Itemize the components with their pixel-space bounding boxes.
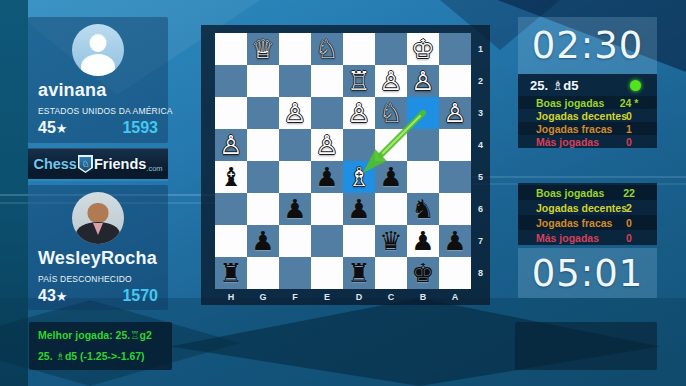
rank-label: 5 [471, 161, 490, 193]
piece-R-d2: ♖ [343, 65, 375, 97]
file-label: D [343, 289, 375, 305]
current-move-label: 25. ♗d5 [530, 78, 579, 93]
square-d8[interactable]: ♜ [343, 257, 375, 289]
square-f1[interactable] [279, 33, 311, 65]
square-f3[interactable]: ♙ [279, 97, 311, 129]
player-name: WesleyRocha [38, 248, 157, 269]
square-c5[interactable]: ♟ [375, 161, 407, 193]
stat-value: 0 [607, 136, 651, 148]
piece-p-g7: ♟ [247, 225, 279, 257]
stat-row: Boas jogadas22 [518, 185, 657, 200]
square-e1[interactable]: ♘ [311, 33, 343, 65]
stats-panel-top: 25. ♗d5 Boas jogadas24 *Jogadas decentes… [518, 74, 657, 148]
square-e7[interactable] [311, 225, 343, 257]
player-country: ESTADOS UNIDOS DA AMÉRICA [38, 106, 173, 116]
stats-panel-bottom: Boas jogadas22Jogadas decentes2Jogadas f… [518, 183, 657, 245]
square-g5[interactable] [247, 161, 279, 193]
square-d1[interactable] [343, 33, 375, 65]
square-d2[interactable]: ♖ [343, 65, 375, 97]
square-e6[interactable] [311, 193, 343, 225]
square-e4[interactable]: ♙ [311, 129, 343, 161]
square-f6[interactable]: ♟ [279, 193, 311, 225]
square-g2[interactable] [247, 65, 279, 97]
file-label: H [215, 289, 247, 305]
square-b7[interactable]: ♟ [407, 225, 439, 257]
rank-label: 4 [471, 129, 490, 161]
stat-value: 1 [607, 123, 651, 135]
rank-label: 2 [471, 65, 490, 97]
piece-p-f6: ♟ [279, 193, 311, 225]
file-label: B [407, 289, 439, 305]
star-icon: ★ [56, 121, 68, 136]
square-h7[interactable] [215, 225, 247, 257]
square-a8[interactable] [439, 257, 471, 289]
stat-row: Jogadas decentes0 [518, 109, 657, 122]
stat-label: Jogadas fracas [518, 217, 612, 229]
wallpaper-wave-line [472, 176, 686, 178]
stat-label: Boas jogadas [518, 187, 604, 199]
player-stars: 45★ [38, 119, 67, 137]
avatar-silhouette-head [90, 34, 107, 52]
piece-P-b2: ♙ [407, 65, 439, 97]
square-h6[interactable] [215, 193, 247, 225]
stat-row: Más jogadas0 [518, 230, 657, 245]
player-stats-line: 43★ 1570 [38, 287, 158, 307]
square-b2[interactable]: ♙ [407, 65, 439, 97]
status-dot-icon [630, 80, 641, 91]
piece-P-a3: ♙ [439, 97, 471, 129]
piece-p-e5: ♟ [311, 161, 343, 193]
square-g8[interactable] [247, 257, 279, 289]
piece-P-d3: ♙ [343, 97, 375, 129]
square-d7[interactable] [343, 225, 375, 257]
square-f4[interactable] [279, 129, 311, 161]
wallpaper-edge-strip [0, 0, 28, 386]
file-label: E [311, 289, 343, 305]
piece-P-h4: ♙ [215, 129, 247, 161]
empty-panel [515, 322, 657, 370]
piece-N-c3: ♘ [375, 97, 407, 129]
square-h8[interactable]: ♜ [215, 257, 247, 289]
piece-r-h8: ♜ [215, 257, 247, 289]
square-a5[interactable] [439, 161, 471, 193]
piece-p-a7: ♟ [439, 225, 471, 257]
player-card-bottom: WesleyRocha PAÍS DESCONHECIDO 43★ 1570 [28, 185, 168, 310]
analysis-box: Melhor jogada: 25.♖g2 25. ♗d5 (-1.25->-1… [29, 322, 172, 370]
rank-label: 6 [471, 193, 490, 225]
player-rating: 1570 [122, 287, 158, 305]
square-e5[interactable]: ♟ [311, 161, 343, 193]
square-c6[interactable] [375, 193, 407, 225]
square-b4[interactable] [407, 129, 439, 161]
square-h3[interactable] [215, 97, 247, 129]
square-a2[interactable] [439, 65, 471, 97]
star-icon: ★ [56, 289, 68, 304]
square-b1[interactable]: ♔ [407, 33, 439, 65]
square-c4[interactable] [375, 129, 407, 161]
square-b6[interactable]: ♞ [407, 193, 439, 225]
clock-top: 02:30 [518, 17, 657, 74]
file-label: F [279, 289, 311, 305]
square-c3[interactable]: ♘ [375, 97, 407, 129]
square-c8[interactable] [375, 257, 407, 289]
piece-K-b1: ♔ [407, 33, 439, 65]
square-a7[interactable]: ♟ [439, 225, 471, 257]
stat-row: Jogadas fracas0 [518, 215, 657, 230]
logo-text-com: .com [146, 164, 162, 173]
square-a4[interactable] [439, 129, 471, 161]
square-e2[interactable] [311, 65, 343, 97]
chess4friends-logo[interactable]: Chess ♘ Friends .com [28, 148, 168, 181]
piece-k-b8: ♚ [407, 257, 439, 289]
square-c1[interactable] [375, 33, 407, 65]
square-d3[interactable]: ♙ [343, 97, 375, 129]
stat-row: Más jogadas0 [518, 135, 657, 148]
chess-board: ♕♘♔♖♙♙♙♙♘♙♙♙♝♟♗♟♟♟♞♟♛♟♟♜♜♚ 12345678 HGFE… [201, 25, 490, 305]
piece-p-b7: ♟ [407, 225, 439, 257]
stat-row: Boas jogadas24 * [518, 96, 657, 109]
square-g3[interactable] [247, 97, 279, 129]
app-window: avinana ESTADOS UNIDOS DA AMÉRICA 45★ 15… [0, 0, 686, 386]
square-c7[interactable]: ♛ [375, 225, 407, 257]
square-f8[interactable] [279, 257, 311, 289]
piece-p-c5: ♟ [375, 161, 407, 193]
square-e8[interactable] [311, 257, 343, 289]
square-h2[interactable] [215, 65, 247, 97]
file-label: A [439, 289, 471, 305]
logo-text-chess: Chess [33, 156, 77, 172]
stat-value: 0 [607, 217, 651, 229]
piece-P-c2: ♙ [375, 65, 407, 97]
piece-P-e4: ♙ [311, 129, 343, 161]
square-h1[interactable] [215, 33, 247, 65]
piece-B-d5: ♗ [343, 161, 375, 193]
piece-b-h5: ♝ [215, 161, 247, 193]
square-g7[interactable]: ♟ [247, 225, 279, 257]
square-f5[interactable] [279, 161, 311, 193]
played-move-eval-text: 25. ♗d5 (-1.25->-1.67) [38, 350, 163, 362]
square-d5[interactable]: ♗ [343, 161, 375, 193]
square-a1[interactable] [439, 33, 471, 65]
rank-label: 8 [471, 257, 490, 289]
player-stars: 43★ [38, 287, 67, 305]
square-g6[interactable] [247, 193, 279, 225]
avatar-photo-face [88, 203, 109, 223]
stat-row: Jogadas decentes2 [518, 200, 657, 215]
piece-N-e1: ♘ [311, 33, 343, 65]
stat-label: Más jogadas [518, 232, 599, 244]
square-d6[interactable]: ♟ [343, 193, 375, 225]
player-country: PAÍS DESCONHECIDO [38, 274, 132, 284]
stat-rows: Boas jogadas24 *Jogadas decentes0Jogadas… [518, 96, 657, 148]
player-stats-line: 45★ 1593 [38, 119, 158, 139]
rank-label: 7 [471, 225, 490, 257]
piece-p-d6: ♟ [343, 193, 375, 225]
stat-label: Jogadas fracas [518, 123, 612, 135]
stat-value: 0 [607, 232, 651, 244]
clock-bottom: 05:01 [518, 248, 657, 298]
stat-label: Más jogadas [518, 136, 599, 148]
square-c2[interactable]: ♙ [375, 65, 407, 97]
piece-n-b6: ♞ [407, 193, 439, 225]
file-label: C [375, 289, 407, 305]
current-move-row: 25. ♗d5 [518, 74, 657, 96]
square-f2[interactable] [279, 65, 311, 97]
piece-P-f3: ♙ [279, 97, 311, 129]
square-f7[interactable] [279, 225, 311, 257]
player-card-top: avinana ESTADOS UNIDOS DA AMÉRICA 45★ 15… [28, 17, 168, 143]
rank-labels: 12345678 [471, 33, 490, 289]
square-d4[interactable] [343, 129, 375, 161]
logo-text-friends: Friends [94, 156, 146, 172]
stat-rows: Boas jogadas22Jogadas decentes2Jogadas f… [518, 185, 657, 245]
avatar [72, 24, 124, 76]
file-label: G [247, 289, 279, 305]
stat-value: 2 [607, 202, 651, 214]
board-grid: ♕♘♔♖♙♙♙♙♘♙♙♙♝♟♗♟♟♟♞♟♛♟♟♜♜♚ [215, 33, 471, 289]
square-g4[interactable] [247, 129, 279, 161]
square-a6[interactable] [439, 193, 471, 225]
rank-label: 3 [471, 97, 490, 129]
file-labels: HGFEDCBA [215, 289, 471, 305]
stat-label: Boas jogadas [518, 97, 604, 109]
player-name: avinana [38, 80, 106, 101]
stat-row: Jogadas fracas1 [518, 122, 657, 135]
player-rating: 1593 [122, 119, 158, 137]
square-g1[interactable]: ♕ [247, 33, 279, 65]
avatar-silhouette-body [81, 54, 115, 76]
avatar [72, 192, 124, 244]
square-b8[interactable]: ♚ [407, 257, 439, 289]
piece-r-d8: ♜ [343, 257, 375, 289]
square-e3[interactable] [311, 97, 343, 129]
best-move-text: Melhor jogada: 25.♖g2 [38, 329, 163, 341]
rank-label: 1 [471, 33, 490, 65]
stat-value: 0 [607, 110, 651, 122]
square-a3[interactable]: ♙ [439, 97, 471, 129]
piece-Q-g1: ♕ [247, 33, 279, 65]
square-h5[interactable]: ♝ [215, 161, 247, 193]
stat-value: 24 * [607, 97, 651, 109]
square-b5[interactable] [407, 161, 439, 193]
piece-q-c7: ♛ [375, 225, 407, 257]
shield-knight-icon: ♘ [78, 155, 93, 173]
square-b3[interactable] [407, 97, 439, 129]
stat-value: 22 [607, 187, 651, 199]
square-h4[interactable]: ♙ [215, 129, 247, 161]
